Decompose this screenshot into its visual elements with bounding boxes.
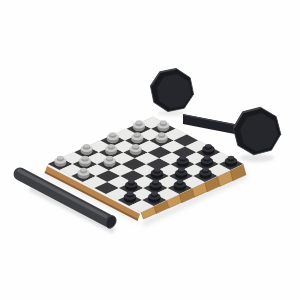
product-photo xyxy=(0,0,300,300)
checkers-set-illustration xyxy=(0,0,300,300)
roller-wheel-left xyxy=(150,68,193,111)
roller-wheel-right xyxy=(233,107,281,155)
